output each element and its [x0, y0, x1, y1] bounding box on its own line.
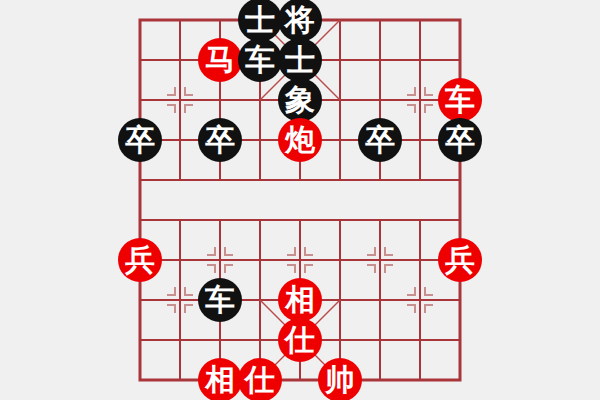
piece-black-elephant[interactable]: 象: [278, 78, 322, 122]
board-point-h7[interactable]: [400, 120, 440, 160]
board-point-f8[interactable]: [320, 80, 360, 120]
board-point-f10[interactable]: [320, 0, 360, 40]
board-point-a1[interactable]: [120, 360, 160, 400]
board-point-c9[interactable]: 马: [200, 40, 240, 80]
board-point-d7[interactable]: [240, 120, 280, 160]
board-point-f9[interactable]: [320, 40, 360, 80]
board-point-b3[interactable]: [160, 280, 200, 320]
piece-red-horse[interactable]: 马: [198, 38, 242, 82]
board-point-c1[interactable]: 相: [200, 360, 240, 400]
piece-red-soldier[interactable]: 兵: [438, 238, 482, 282]
board-point-e4[interactable]: [280, 240, 320, 280]
board-point-e3[interactable]: 相: [280, 280, 320, 320]
board-point-c5[interactable]: [200, 200, 240, 240]
piece-red-soldier[interactable]: 兵: [118, 238, 162, 282]
board-point-h8[interactable]: [400, 80, 440, 120]
board-point-d4[interactable]: [240, 240, 280, 280]
board-point-g8[interactable]: [360, 80, 400, 120]
board-point-a4[interactable]: 兵: [120, 240, 160, 280]
board-point-f2[interactable]: [320, 320, 360, 360]
board-point-h5[interactable]: [400, 200, 440, 240]
piece-black-soldier[interactable]: 卒: [118, 118, 162, 162]
board-point-b4[interactable]: [160, 240, 200, 280]
piece-black-soldier[interactable]: 卒: [358, 118, 402, 162]
piece-red-elephant[interactable]: 相: [198, 358, 242, 400]
board-point-i2[interactable]: [440, 320, 480, 360]
board-point-b9[interactable]: [160, 40, 200, 80]
board-point-h9[interactable]: [400, 40, 440, 80]
board-point-h1[interactable]: [400, 360, 440, 400]
board-point-e5[interactable]: [280, 200, 320, 240]
board-point-c2[interactable]: [200, 320, 240, 360]
board-point-b6[interactable]: [160, 160, 200, 200]
board-point-i1[interactable]: [440, 360, 480, 400]
app-canvas: 士将马车士象车卒卒炮卒卒兵兵车相仕相仕帅: [0, 0, 600, 400]
board-point-a5[interactable]: [120, 200, 160, 240]
piece-black-advisor[interactable]: 士: [278, 38, 322, 82]
board-point-c6[interactable]: [200, 160, 240, 200]
board-point-f5[interactable]: [320, 200, 360, 240]
piece-red-cannon[interactable]: 炮: [278, 118, 322, 162]
board-point-b7[interactable]: [160, 120, 200, 160]
board-point-i10[interactable]: [440, 0, 480, 40]
board-point-a3[interactable]: [120, 280, 160, 320]
board-point-d1[interactable]: 仕: [240, 360, 280, 400]
board-point-g4[interactable]: [360, 240, 400, 280]
board-point-a10[interactable]: [120, 0, 160, 40]
board-point-e9[interactable]: 士: [280, 40, 320, 80]
board-point-f3[interactable]: [320, 280, 360, 320]
board-point-a8[interactable]: [120, 80, 160, 120]
board-point-i6[interactable]: [440, 160, 480, 200]
piece-black-advisor[interactable]: 士: [238, 0, 282, 42]
piece-black-chariot[interactable]: 车: [198, 278, 242, 322]
board-point-h6[interactable]: [400, 160, 440, 200]
board-point-f6[interactable]: [320, 160, 360, 200]
board-point-d5[interactable]: [240, 200, 280, 240]
piece-red-elephant[interactable]: 相: [278, 278, 322, 322]
board-point-d3[interactable]: [240, 280, 280, 320]
piece-black-chariot[interactable]: 车: [238, 38, 282, 82]
board-point-h10[interactable]: [400, 0, 440, 40]
board-point-c3[interactable]: 车: [200, 280, 240, 320]
board-point-g1[interactable]: [360, 360, 400, 400]
board-point-a7[interactable]: 卒: [120, 120, 160, 160]
piece-black-general[interactable]: 将: [278, 0, 322, 42]
piece-red-advisor[interactable]: 仕: [278, 318, 322, 362]
board-point-i8[interactable]: 车: [440, 80, 480, 120]
board-point-g7[interactable]: 卒: [360, 120, 400, 160]
board-point-b8[interactable]: [160, 80, 200, 120]
board-point-d8[interactable]: [240, 80, 280, 120]
board-point-i7[interactable]: 卒: [440, 120, 480, 160]
board-point-f4[interactable]: [320, 240, 360, 280]
board-point-a6[interactable]: [120, 160, 160, 200]
board-point-e7[interactable]: 炮: [280, 120, 320, 160]
board-point-e6[interactable]: [280, 160, 320, 200]
board-point-i4[interactable]: 兵: [440, 240, 480, 280]
board-point-i9[interactable]: [440, 40, 480, 80]
board-point-c4[interactable]: [200, 240, 240, 280]
board-point-d9[interactable]: 车: [240, 40, 280, 80]
board-point-g9[interactable]: [360, 40, 400, 80]
board-point-g6[interactable]: [360, 160, 400, 200]
board-point-a9[interactable]: [120, 40, 160, 80]
piece-black-soldier[interactable]: 卒: [198, 118, 242, 162]
board-point-a2[interactable]: [120, 320, 160, 360]
piece-red-general[interactable]: 帅: [318, 358, 362, 400]
board-point-c7[interactable]: 卒: [200, 120, 240, 160]
board-point-f7[interactable]: [320, 120, 360, 160]
board-point-d6[interactable]: [240, 160, 280, 200]
board-point-h3[interactable]: [400, 280, 440, 320]
board-point-g10[interactable]: [360, 0, 400, 40]
board-point-d2[interactable]: [240, 320, 280, 360]
board-point-h4[interactable]: [400, 240, 440, 280]
board-point-b1[interactable]: [160, 360, 200, 400]
board-point-g3[interactable]: [360, 280, 400, 320]
board-point-b5[interactable]: [160, 200, 200, 240]
piece-red-advisor[interactable]: 仕: [238, 358, 282, 400]
board-points: 士将马车士象车卒卒炮卒卒兵兵车相仕相仕帅: [120, 0, 480, 400]
piece-black-soldier[interactable]: 卒: [438, 118, 482, 162]
board-point-i5[interactable]: [440, 200, 480, 240]
board-point-g2[interactable]: [360, 320, 400, 360]
board-point-e1[interactable]: [280, 360, 320, 400]
board-point-h2[interactable]: [400, 320, 440, 360]
board-point-g5[interactable]: [360, 200, 400, 240]
board-point-e8[interactable]: 象: [280, 80, 320, 120]
board-point-b10[interactable]: [160, 0, 200, 40]
board-point-i3[interactable]: [440, 280, 480, 320]
board-point-d10[interactable]: 士: [240, 0, 280, 40]
board-point-f1[interactable]: 帅: [320, 360, 360, 400]
board-point-e10[interactable]: 将: [280, 0, 320, 40]
board-point-c10[interactable]: [200, 0, 240, 40]
board-point-c8[interactable]: [200, 80, 240, 120]
board-point-b2[interactable]: [160, 320, 200, 360]
board-point-e2[interactable]: 仕: [280, 320, 320, 360]
piece-red-chariot[interactable]: 车: [438, 78, 482, 122]
